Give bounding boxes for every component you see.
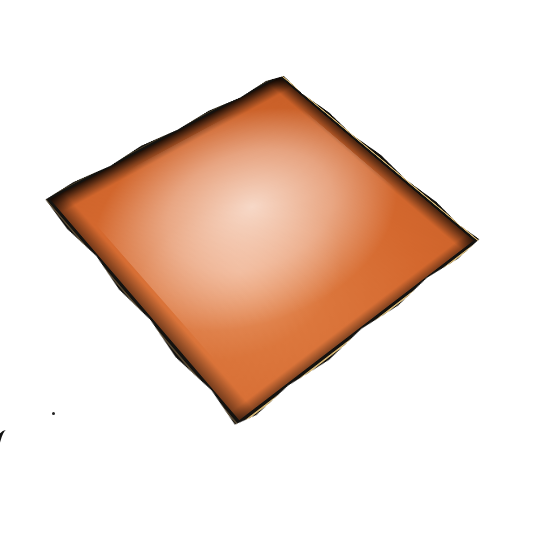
background-speck [52, 412, 55, 415]
photo-background [0, 0, 533, 533]
background-paint-mark [0, 429, 13, 458]
board-black-edge [38, 70, 486, 434]
board-grid [74, 89, 457, 399]
chess-board [38, 70, 486, 434]
board-orange-border [50, 77, 474, 420]
